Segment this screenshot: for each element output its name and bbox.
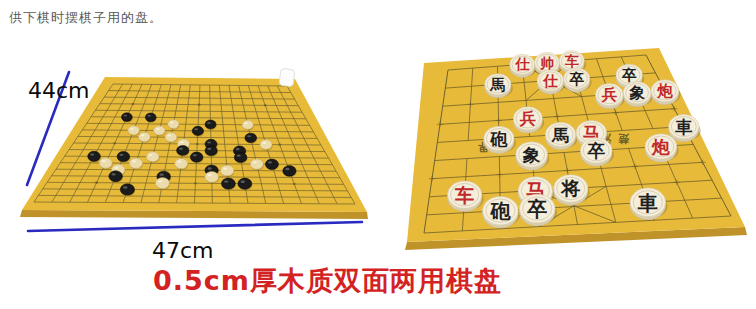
go-stone-white: [139, 132, 151, 141]
stone-gloss: [132, 160, 136, 162]
go-stone-white: [250, 159, 263, 169]
go-stone-white: [99, 158, 112, 168]
stone-gloss: [236, 148, 240, 150]
piece-character: 象: [628, 84, 645, 102]
go-stone-white: [175, 158, 188, 168]
stone-gloss: [268, 161, 272, 163]
width-dimension-label: 47cm: [152, 238, 214, 263]
stone-gloss: [130, 128, 134, 130]
go-stone-black: [283, 166, 296, 177]
stone-gloss: [207, 141, 211, 143]
go-stone-white: [146, 152, 159, 162]
stone-gloss: [156, 128, 160, 130]
stone-gloss: [224, 180, 228, 182]
piece-character: 炮: [651, 137, 670, 157]
piece-character: 馬: [490, 76, 506, 93]
go-stone-white: [205, 171, 219, 182]
stone-gloss: [147, 115, 150, 117]
go-star-point: [132, 103, 135, 105]
go-stone-white: [221, 165, 234, 176]
stone-gloss: [207, 167, 211, 169]
piece-character: 卒: [569, 70, 584, 87]
go-stone-black: [221, 178, 235, 189]
stone-gloss: [149, 154, 153, 156]
go-stone-white: [165, 133, 177, 142]
go-stone-black: [177, 146, 189, 156]
stone-gloss: [285, 168, 289, 170]
go-stone-white: [242, 120, 253, 129]
stone-gloss: [170, 122, 174, 124]
piece-character: 卒: [622, 66, 637, 83]
piece-character: 炮: [656, 82, 673, 100]
go-stone-black: [238, 178, 252, 189]
go-stone-black: [117, 152, 130, 162]
piece-character: 仕: [542, 72, 558, 89]
piece-character: 卒: [526, 197, 547, 221]
go-stone-black: [120, 184, 134, 195]
stone-gloss: [208, 174, 212, 176]
piece-character: 仕: [514, 56, 530, 72]
piece-character: 馬: [551, 125, 569, 145]
stone-gloss: [180, 141, 184, 143]
product-photo: 漢界楚河仕帅车馬仕卒卒兵象炮兵砲馬马車象卒炮车马将砲卒車 供下棋时摆棋子用的盘。…: [0, 0, 756, 309]
go-stone-black: [88, 151, 101, 161]
xiangqi-piece-red: 炮: [651, 80, 680, 105]
piece-character: 车: [565, 53, 579, 69]
stone-gloss: [237, 155, 241, 157]
piece-character: 卒: [586, 141, 605, 161]
stone-gloss: [177, 161, 181, 163]
go-star-point: [198, 104, 201, 106]
go-stone-black: [192, 126, 203, 135]
go-stone-black: [205, 120, 216, 129]
stone-gloss: [119, 154, 123, 156]
piece-character: 兵: [519, 109, 536, 128]
piece-character: 象: [522, 145, 541, 165]
go-stone-black: [234, 152, 247, 162]
go-stone-white: [156, 178, 170, 189]
piece-character: 车: [454, 184, 474, 207]
dimension-line-width: [28, 222, 362, 231]
stone-gloss: [244, 122, 248, 124]
go-star-point: [113, 142, 116, 144]
stone-gloss: [194, 128, 198, 130]
piece-character: 車: [674, 117, 692, 137]
stone-gloss: [179, 148, 183, 150]
piece-character: 将: [560, 177, 580, 200]
stone-gloss: [158, 180, 162, 182]
go-star-point: [293, 183, 296, 185]
go-stone-black: [145, 113, 156, 122]
stone-gloss: [102, 160, 106, 162]
stone-gloss: [114, 167, 118, 169]
stone-gloss: [123, 186, 128, 188]
go-star-point: [95, 182, 98, 184]
stone-gloss: [141, 134, 145, 136]
go-stone-white: [260, 140, 272, 150]
go-board-corner-notch: [279, 68, 295, 87]
stone-gloss: [167, 135, 171, 137]
stone-gloss: [159, 173, 163, 175]
go-stone-white: [129, 158, 142, 168]
go-stone-white: [168, 120, 179, 129]
stone-gloss: [241, 181, 245, 183]
stone-gloss: [207, 122, 211, 124]
piece-character: 帅: [539, 55, 554, 71]
xiangqi-board: 漢界楚河仕帅车馬仕卒卒兵象炮兵砲馬马車象卒炮车马将砲卒車: [405, 48, 747, 250]
stone-gloss: [124, 115, 127, 117]
go-stone-black: [190, 152, 203, 162]
go-stone-black: [245, 133, 257, 142]
go-stone-white: [154, 126, 165, 135]
xiangqi-piece-black: 車: [669, 114, 701, 141]
stone-gloss: [262, 142, 266, 144]
go-stone-white: [128, 126, 139, 135]
piece-character: 砲: [489, 199, 511, 223]
go-stone-black: [205, 146, 217, 156]
caption-bottom: 0.5cm厚木质双面两用棋盘: [153, 263, 502, 299]
stone-gloss: [247, 135, 251, 137]
go-stone-black: [109, 171, 123, 182]
go-stone-black: [265, 159, 278, 169]
go-star-point: [194, 182, 197, 184]
piece-character: 車: [637, 191, 658, 215]
caption-top: 供下棋时摆棋子用的盘。: [9, 9, 163, 27]
go-star-point: [264, 104, 267, 106]
go-star-point: [278, 144, 281, 146]
piece-character: 兵: [601, 86, 618, 104]
stone-gloss: [90, 153, 94, 155]
go-stone-black: [121, 113, 132, 122]
stone-gloss: [193, 154, 197, 156]
stone-gloss: [253, 161, 257, 163]
go-star-point: [196, 143, 199, 145]
height-dimension-label: 44cm: [28, 78, 90, 103]
stone-gloss: [111, 173, 115, 175]
piece-character: 砲: [489, 129, 508, 149]
stone-gloss: [223, 167, 227, 169]
stone-gloss: [207, 148, 211, 150]
